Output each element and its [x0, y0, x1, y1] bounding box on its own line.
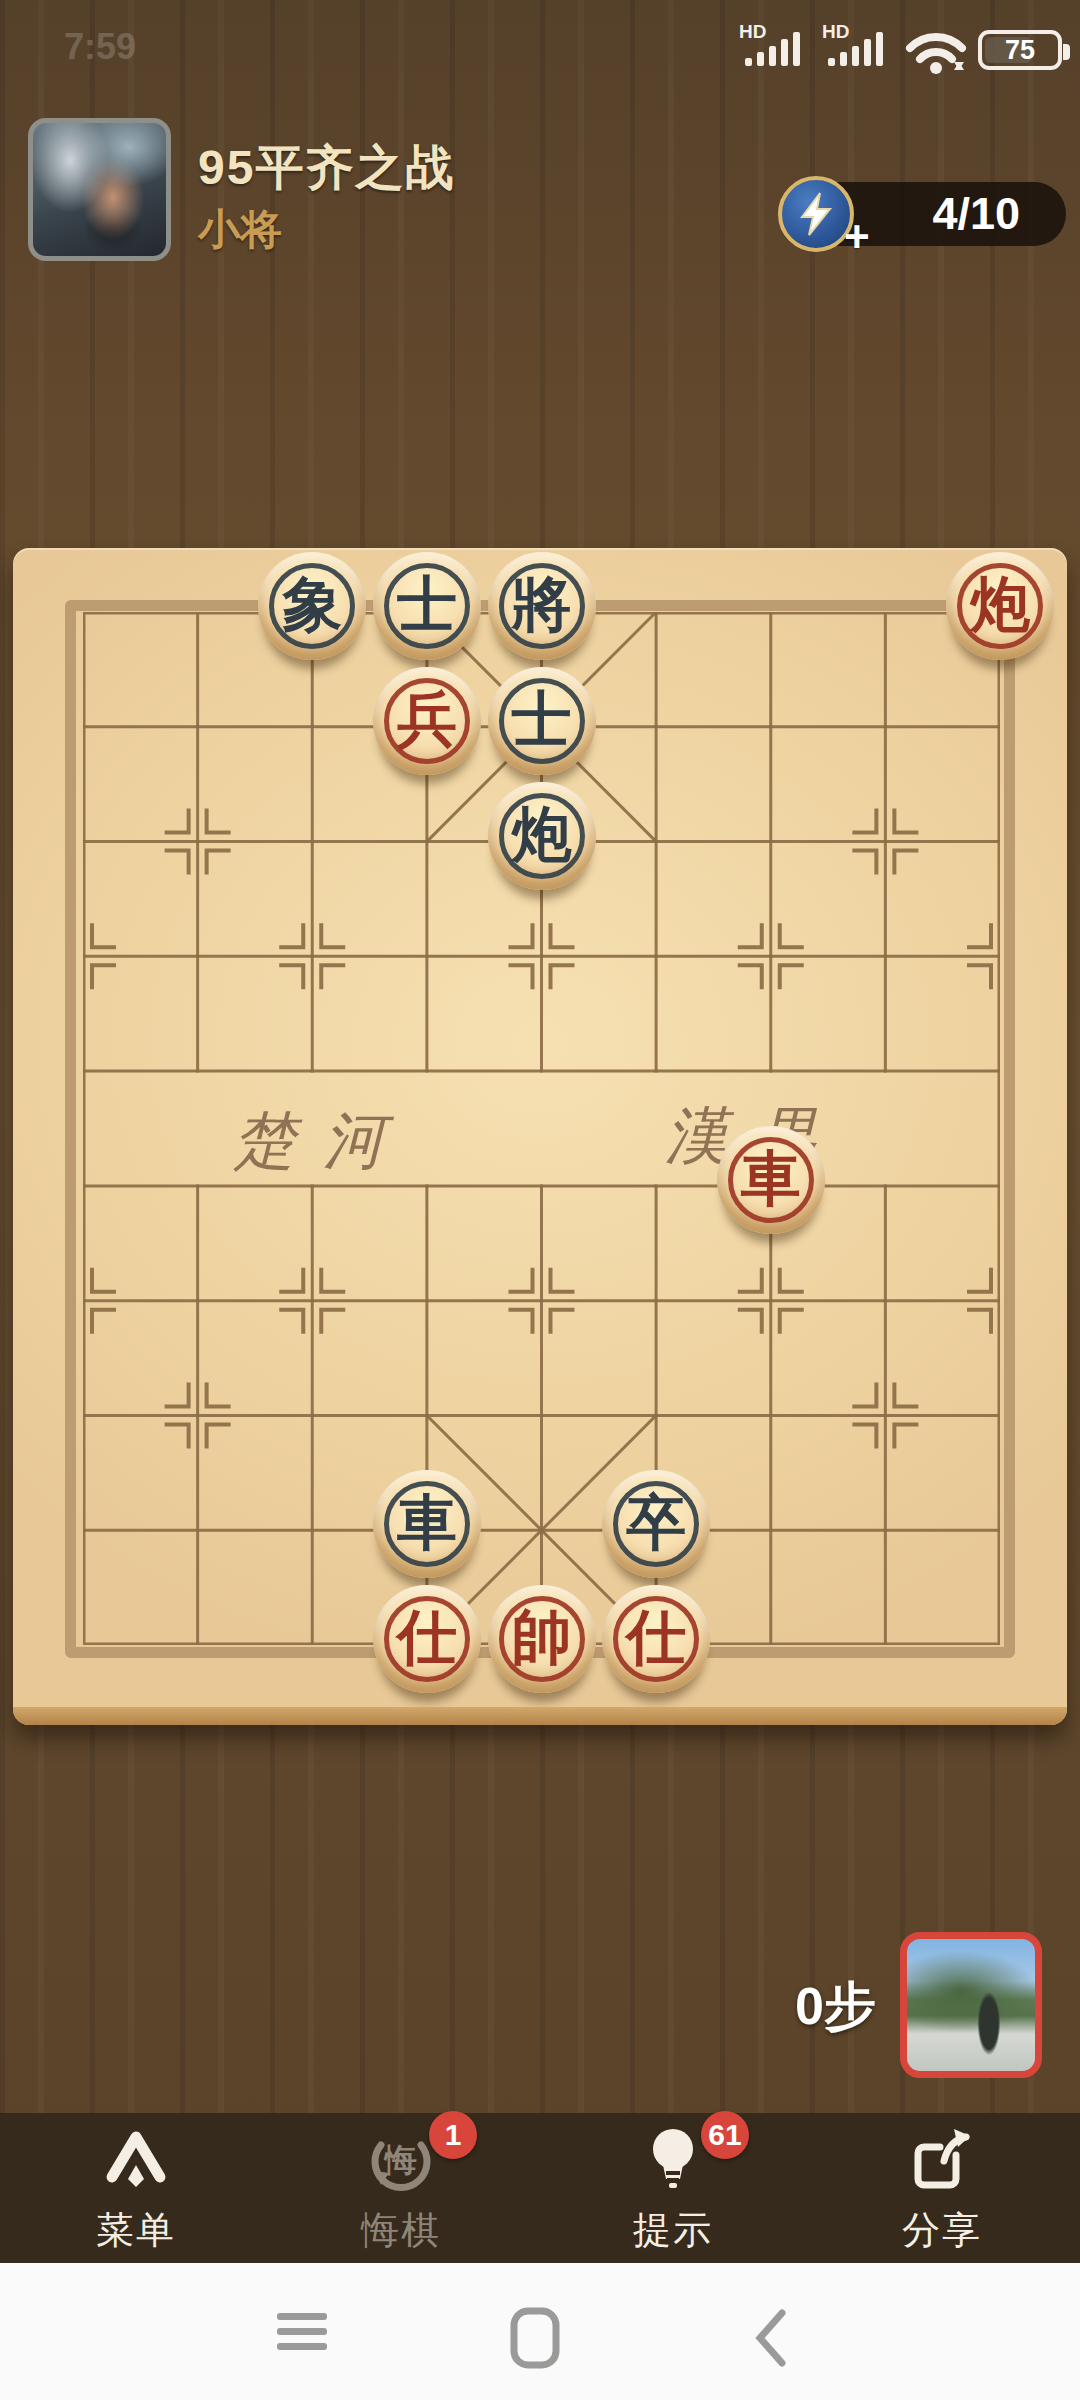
battery-nub [1063, 44, 1070, 60]
piece-卒-black[interactable]: 卒 [602, 1470, 710, 1578]
piece-炮-black[interactable]: 炮 [488, 782, 596, 890]
piece-character: 仕 [626, 1607, 686, 1667]
energy-plus: + [844, 212, 870, 262]
piece-character: 士 [397, 574, 457, 634]
piece-character: 車 [741, 1148, 801, 1208]
menu-label: 菜单 [26, 2205, 246, 2256]
menu-button[interactable]: 菜单 [26, 2113, 246, 2263]
piece-character: 士 [512, 689, 572, 749]
piece-仕-red[interactable]: 仕 [602, 1585, 710, 1693]
svg-text:悔: 悔 [383, 2141, 417, 2179]
undo-circular-arrow-icon: 悔 [363, 2121, 439, 2197]
hint-badge: 61 [701, 2111, 749, 2159]
piece-character: 象 [282, 574, 342, 634]
piece-將-black[interactable]: 將 [488, 552, 596, 660]
undo-badge: 1 [429, 2111, 477, 2159]
lightbulb-icon [635, 2121, 711, 2197]
battery-percent: 75 [982, 34, 1058, 66]
piece-character: 仕 [397, 1607, 457, 1667]
xiangqi-board[interactable]: 楚河 漢界 象士將炮兵士炮車車卒仕帥仕 [13, 548, 1067, 1725]
clock-text: 7:59 [64, 26, 136, 68]
piece-character: 兵 [397, 689, 457, 749]
piece-character: 炮 [512, 804, 572, 864]
piece-士-black[interactable]: 士 [488, 667, 596, 775]
signal-bars-icon: HD [737, 22, 819, 68]
home-square-icon[interactable] [510, 2307, 560, 2373]
bottom-toolbar: 菜单 悔 1 悔棋 [0, 2113, 1080, 2263]
energy-count: 4/10 [932, 182, 1020, 246]
share-icon [904, 2121, 980, 2197]
undo-label: 悔棋 [291, 2205, 511, 2256]
lightning-bolt-icon[interactable] [778, 176, 854, 252]
piece-帥-red[interactable]: 帥 [488, 1585, 596, 1693]
svg-text:HD: HD [739, 22, 766, 42]
photo-thumbnail[interactable] [900, 1932, 1042, 2078]
piece-士-black[interactable]: 士 [373, 552, 481, 660]
player-rank: 小将 [198, 202, 282, 258]
battery-icon: 75 [978, 30, 1062, 70]
piece-炮-red[interactable]: 炮 [946, 552, 1054, 660]
hint-button[interactable]: 61 提示 [563, 2113, 783, 2263]
wifi-icon [903, 24, 969, 74]
piece-車-red[interactable]: 車 [717, 1126, 825, 1234]
share-label: 分享 [832, 2205, 1052, 2256]
menu-lines-icon[interactable] [277, 2313, 327, 2357]
piece-象-black[interactable]: 象 [258, 552, 366, 660]
piece-仕-red[interactable]: 仕 [373, 1585, 481, 1693]
signal-bars-icon: HD [820, 22, 902, 68]
pieces-layer: 象士將炮兵士炮車車卒仕帥仕 [13, 548, 1067, 1725]
share-button[interactable]: 分享 [832, 2113, 1052, 2263]
piece-character: 卒 [626, 1492, 686, 1552]
android-nav-bar [0, 2263, 1080, 2400]
level-title: 95平齐之战 [198, 136, 455, 200]
piece-character: 帥 [512, 1607, 572, 1667]
move-counter: 0步 [795, 1972, 876, 2042]
piece-兵-red[interactable]: 兵 [373, 667, 481, 775]
app-screen: 7:59 HD HD [0, 0, 1080, 2400]
back-chevron-icon[interactable] [752, 2309, 788, 2371]
piece-character: 將 [512, 574, 572, 634]
piece-character: 車 [397, 1492, 457, 1552]
piece-character: 炮 [970, 574, 1030, 634]
piece-車-black[interactable]: 車 [373, 1470, 481, 1578]
hint-label: 提示 [563, 2205, 783, 2256]
player-avatar [28, 118, 171, 261]
svg-text:HD: HD [822, 22, 849, 42]
status-bar: 7:59 HD HD [0, 0, 1080, 80]
undo-button[interactable]: 悔 1 悔棋 [291, 2113, 511, 2263]
menu-arrow-up-icon [98, 2121, 174, 2197]
